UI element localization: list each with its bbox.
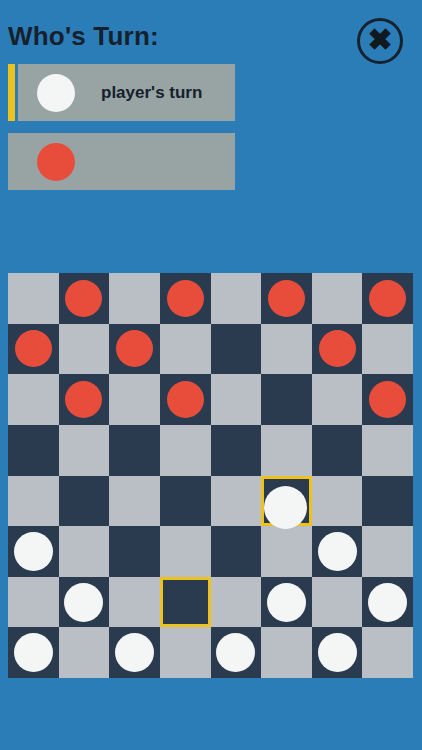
board-square-0-3[interactable] — [160, 273, 211, 324]
board-square-1-2[interactable] — [109, 324, 160, 375]
board-square-7-5 — [261, 627, 312, 678]
board-square-4-2 — [109, 476, 160, 527]
board-square-5-5 — [261, 526, 312, 577]
white-checker[interactable] — [115, 633, 154, 672]
board-square-1-0[interactable] — [8, 324, 59, 375]
board-square-3-1 — [59, 425, 110, 476]
board-square-3-6[interactable] — [312, 425, 363, 476]
turn-panel: player's turn — [8, 64, 235, 202]
board-square-2-5[interactable] — [261, 374, 312, 425]
board-square-5-6[interactable] — [312, 526, 363, 577]
board-square-4-1[interactable] — [59, 476, 110, 527]
page-title: Who's Turn: — [8, 22, 159, 51]
board-square-6-3[interactable] — [160, 577, 211, 628]
board-square-4-4 — [211, 476, 262, 527]
white-checker[interactable] — [264, 486, 307, 529]
turn-indicator-white-body: player's turn — [18, 64, 235, 121]
white-checker[interactable] — [14, 532, 53, 571]
board-square-7-4[interactable] — [211, 627, 262, 678]
turn-indicator-white: player's turn — [8, 64, 235, 121]
red-checker[interactable] — [369, 280, 406, 317]
board-square-1-6[interactable] — [312, 324, 363, 375]
whos-turn-screen: Who's Turn: ✖ player's turn — [0, 0, 422, 750]
board-square-5-4[interactable] — [211, 526, 262, 577]
red-checker[interactable] — [116, 330, 153, 367]
board-square-7-0[interactable] — [8, 627, 59, 678]
board-square-0-1[interactable] — [59, 273, 110, 324]
turn-indicator-red-body — [8, 133, 235, 190]
checkers-board — [8, 273, 413, 678]
turn-label: player's turn — [101, 83, 202, 103]
board-square-6-5[interactable] — [261, 577, 312, 628]
board-square-5-2[interactable] — [109, 526, 160, 577]
board-square-0-0 — [8, 273, 59, 324]
red-piece-icon — [37, 143, 75, 181]
board-square-0-7[interactable] — [362, 273, 413, 324]
board-square-0-6 — [312, 273, 363, 324]
board-square-4-6 — [312, 476, 363, 527]
board-square-5-1 — [59, 526, 110, 577]
board-square-4-3[interactable] — [160, 476, 211, 527]
active-turn-marker — [8, 64, 15, 121]
board-square-2-0 — [8, 374, 59, 425]
close-button[interactable]: ✖ — [357, 18, 403, 64]
board-square-2-2 — [109, 374, 160, 425]
board-square-2-7[interactable] — [362, 374, 413, 425]
board-square-3-4[interactable] — [211, 425, 262, 476]
board-square-7-2[interactable] — [109, 627, 160, 678]
white-checker[interactable] — [318, 633, 357, 672]
board-square-0-5[interactable] — [261, 273, 312, 324]
board-square-4-7[interactable] — [362, 476, 413, 527]
red-checker[interactable] — [319, 330, 356, 367]
board-square-0-2 — [109, 273, 160, 324]
board-square-6-1[interactable] — [59, 577, 110, 628]
board-square-6-2 — [109, 577, 160, 628]
white-checker[interactable] — [14, 633, 53, 672]
white-checker[interactable] — [318, 532, 357, 571]
red-checker[interactable] — [65, 381, 102, 418]
board-square-1-3 — [160, 324, 211, 375]
board-square-5-3 — [160, 526, 211, 577]
red-checker[interactable] — [268, 280, 305, 317]
board-square-6-4 — [211, 577, 262, 628]
close-icon: ✖ — [367, 25, 392, 55]
board-square-5-0[interactable] — [8, 526, 59, 577]
board-square-3-5 — [261, 425, 312, 476]
board-square-7-7 — [362, 627, 413, 678]
white-checker[interactable] — [216, 633, 255, 672]
board-square-1-5 — [261, 324, 312, 375]
board-square-7-3 — [160, 627, 211, 678]
board-square-6-7[interactable] — [362, 577, 413, 628]
board-square-6-6 — [312, 577, 363, 628]
board-square-3-7 — [362, 425, 413, 476]
red-checker[interactable] — [167, 381, 204, 418]
board-square-1-1 — [59, 324, 110, 375]
board-square-7-1 — [59, 627, 110, 678]
board-square-6-0 — [8, 577, 59, 628]
board-square-2-6 — [312, 374, 363, 425]
board-square-5-7 — [362, 526, 413, 577]
red-checker[interactable] — [369, 381, 406, 418]
red-checker[interactable] — [167, 280, 204, 317]
board-square-3-3 — [160, 425, 211, 476]
board-square-1-7 — [362, 324, 413, 375]
white-checker[interactable] — [267, 583, 306, 622]
board-square-3-2[interactable] — [109, 425, 160, 476]
board-square-0-4 — [211, 273, 262, 324]
board-square-1-4[interactable] — [211, 324, 262, 375]
turn-indicator-red — [8, 133, 235, 190]
red-checker[interactable] — [65, 280, 102, 317]
white-checker[interactable] — [368, 583, 407, 622]
board-square-3-0[interactable] — [8, 425, 59, 476]
board-square-2-4 — [211, 374, 262, 425]
board-square-4-0 — [8, 476, 59, 527]
board-square-7-6[interactable] — [312, 627, 363, 678]
board-square-4-5[interactable] — [261, 476, 312, 527]
white-piece-icon — [37, 74, 75, 112]
board-square-2-3[interactable] — [160, 374, 211, 425]
white-checker[interactable] — [64, 583, 103, 622]
board-square-2-1[interactable] — [59, 374, 110, 425]
red-checker[interactable] — [15, 330, 52, 367]
